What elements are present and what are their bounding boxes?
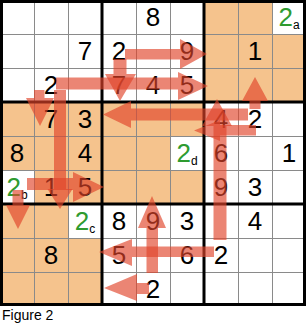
cell-r5c4[interactable]	[102, 136, 136, 170]
sudoku-figure: 82a729127457342842d612b15932c893485622	[0, 0, 306, 324]
cell-r7c7[interactable]	[204, 204, 238, 238]
chain-subscript: c	[89, 222, 95, 236]
cell-r5c7[interactable]: 6	[204, 136, 238, 170]
cell-r5c2[interactable]	[34, 136, 68, 170]
cell-r6c5[interactable]	[136, 170, 170, 204]
chain-subscript: a	[293, 18, 300, 32]
cell-r7c8[interactable]: 4	[238, 204, 272, 238]
cell-r6c9[interactable]	[272, 170, 306, 204]
cell-r5c3[interactable]: 4	[68, 136, 102, 170]
given-digit: 3	[78, 104, 92, 134]
given-digit: 7	[78, 36, 92, 66]
cell-r8c6[interactable]: 6	[170, 238, 204, 272]
cell-r3c3[interactable]	[68, 68, 102, 102]
cell-r7c2[interactable]	[34, 204, 68, 238]
cell-r9c3[interactable]	[68, 272, 102, 306]
cell-r9c8[interactable]	[238, 272, 272, 306]
cell-r5c9[interactable]: 1	[272, 136, 306, 170]
cell-r1c2[interactable]	[34, 0, 68, 34]
cell-r7c4[interactable]: 8	[102, 204, 136, 238]
cell-r8c9[interactable]	[272, 238, 306, 272]
given-digit: 6	[214, 138, 228, 168]
cell-r6c1[interactable]: 2b	[0, 170, 34, 204]
cell-r3c4[interactable]: 7	[102, 68, 136, 102]
cell-r1c6[interactable]	[170, 0, 204, 34]
cell-r4c8[interactable]: 2	[238, 102, 272, 136]
cell-r1c7[interactable]	[204, 0, 238, 34]
given-digit: 1	[44, 172, 58, 202]
cell-r8c7[interactable]: 2	[204, 238, 238, 272]
given-digit: 9	[146, 206, 160, 236]
cell-r2c3[interactable]: 7	[68, 34, 102, 68]
figure-caption: Figure 2	[2, 306, 302, 324]
cell-r2c1[interactable]	[0, 34, 34, 68]
given-digit: 7	[44, 104, 58, 134]
given-digit: 2	[146, 274, 160, 304]
given-digit: 7	[112, 70, 126, 100]
cell-r6c6[interactable]	[170, 170, 204, 204]
cell-r7c9[interactable]	[272, 204, 306, 238]
chain-subscript: d	[191, 154, 198, 168]
cell-r4c2[interactable]: 7	[34, 102, 68, 136]
chain-digit: 2	[6, 172, 20, 202]
given-digit: 4	[78, 138, 92, 168]
cell-r1c3[interactable]	[68, 0, 102, 34]
given-digit: 5	[180, 70, 194, 100]
cell-r9c5[interactable]: 2	[136, 272, 170, 306]
cell-r1c8[interactable]	[238, 0, 272, 34]
cell-r9c1[interactable]	[0, 272, 34, 306]
cell-r8c8[interactable]	[238, 238, 272, 272]
given-digit: 4	[146, 70, 160, 100]
given-digit: 2	[248, 104, 262, 134]
cell-r1c9[interactable]: 2a	[272, 0, 306, 34]
cell-r5c8[interactable]	[238, 136, 272, 170]
given-digit: 1	[282, 138, 296, 168]
cell-r5c1[interactable]: 8	[0, 136, 34, 170]
given-digit: 3	[180, 206, 194, 236]
cell-r8c2[interactable]: 8	[34, 238, 68, 272]
cell-r1c4[interactable]	[102, 0, 136, 34]
cell-r2c7[interactable]	[204, 34, 238, 68]
given-digit: 2	[214, 240, 228, 270]
cell-r4c7[interactable]: 4	[204, 102, 238, 136]
given-digit: 8	[44, 240, 58, 270]
given-digit: 2	[112, 36, 126, 66]
given-digit: 5	[112, 240, 126, 270]
cell-r3c9[interactable]	[272, 68, 306, 102]
given-digit: 4	[214, 104, 228, 134]
cell-r3c7[interactable]	[204, 68, 238, 102]
cell-r4c6[interactable]	[170, 102, 204, 136]
cell-r8c3[interactable]	[68, 238, 102, 272]
cell-r6c2[interactable]: 1	[34, 170, 68, 204]
cell-r2c6[interactable]: 9	[170, 34, 204, 68]
given-digit: 2	[44, 70, 58, 100]
cell-r5c6[interactable]: 2d	[170, 136, 204, 170]
cell-r3c5[interactable]: 4	[136, 68, 170, 102]
cell-r8c5[interactable]	[136, 238, 170, 272]
cell-r7c3[interactable]: 2c	[68, 204, 102, 238]
cell-r7c1[interactable]	[0, 204, 34, 238]
given-digit: 8	[112, 206, 126, 236]
cell-r3c2[interactable]: 2	[34, 68, 68, 102]
cell-r4c3[interactable]: 3	[68, 102, 102, 136]
sudoku-board: 82a729127457342842d612b15932c893485622	[0, 0, 306, 306]
cell-r4c5[interactable]	[136, 102, 170, 136]
cell-r2c5[interactable]	[136, 34, 170, 68]
cell-r8c4[interactable]: 5	[102, 238, 136, 272]
chain-digit: 2	[176, 138, 190, 168]
chain-digit: 2	[278, 2, 292, 32]
given-digit: 9	[214, 172, 228, 202]
chain-digit: 2	[75, 206, 89, 236]
given-digit: 5	[78, 172, 92, 202]
given-digit: 9	[180, 36, 194, 66]
cell-r4c1[interactable]	[0, 102, 34, 136]
given-digit: 3	[248, 172, 262, 202]
cell-r6c4[interactable]	[102, 170, 136, 204]
cell-r9c6[interactable]	[170, 272, 204, 306]
cell-r8c1[interactable]	[0, 238, 34, 272]
cell-r4c4[interactable]	[102, 102, 136, 136]
cell-r1c1[interactable]	[0, 0, 34, 34]
cell-r3c6[interactable]: 5	[170, 68, 204, 102]
cell-r6c8[interactable]: 3	[238, 170, 272, 204]
cell-r1c5[interactable]: 8	[136, 0, 170, 34]
given-digit: 4	[248, 206, 262, 236]
given-digit: 8	[146, 2, 160, 32]
given-digit: 6	[180, 240, 194, 270]
cell-r7c6[interactable]: 3	[170, 204, 204, 238]
cell-r5c5[interactable]	[136, 136, 170, 170]
cell-r6c3[interactable]: 5	[68, 170, 102, 204]
chain-subscript: b	[21, 188, 28, 202]
cell-r2c9[interactable]	[272, 34, 306, 68]
cell-r7c5[interactable]: 9	[136, 204, 170, 238]
cell-r3c8[interactable]	[238, 68, 272, 102]
cell-r9c9[interactable]	[272, 272, 306, 306]
cell-r3c1[interactable]	[0, 68, 34, 102]
given-digit: 8	[10, 138, 24, 168]
given-digit: 1	[248, 36, 262, 66]
cell-r6c7[interactable]: 9	[204, 170, 238, 204]
cell-r2c2[interactable]	[34, 34, 68, 68]
cell-r2c4[interactable]: 2	[102, 34, 136, 68]
cell-r9c2[interactable]	[34, 272, 68, 306]
cell-r9c7[interactable]	[204, 272, 238, 306]
cell-r4c9[interactable]	[272, 102, 306, 136]
cell-r2c8[interactable]: 1	[238, 34, 272, 68]
cell-r9c4[interactable]	[102, 272, 136, 306]
